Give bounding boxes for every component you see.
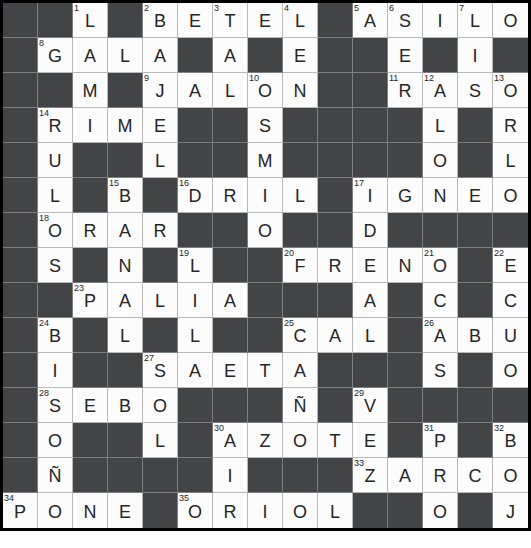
block-cell-r12c11 — [388, 423, 423, 458]
block-cell-r3c6 — [213, 108, 248, 143]
cell-letter: E — [399, 45, 411, 65]
block-cell-r0c0 — [3, 3, 38, 38]
cell-letter: O — [503, 465, 517, 485]
cell-r14c7[interactable]: I — [248, 493, 283, 528]
clue-number: 6 — [389, 3, 394, 13]
cell-letter: Ñ — [294, 395, 307, 415]
cell-letter: S — [399, 10, 411, 30]
cell-letter: A — [434, 325, 446, 345]
cell-r8c14[interactable]: C — [493, 283, 528, 318]
cell-letter: L — [190, 255, 200, 275]
clue-number: 20 — [284, 248, 294, 258]
cell-letter: E — [119, 501, 131, 521]
block-cell-r13c4 — [143, 458, 178, 493]
cell-r0c13[interactable]: 7L — [458, 3, 493, 38]
cell-r8c5[interactable]: I — [178, 283, 213, 318]
cell-r9c9[interactable]: A — [318, 318, 353, 353]
cell-letter: C — [469, 465, 482, 485]
cell-letter: A — [224, 290, 236, 310]
cell-r3c3[interactable]: M — [108, 108, 143, 143]
cell-r1c3[interactable]: L — [108, 38, 143, 73]
cell-r14c3[interactable]: E — [108, 493, 143, 528]
cell-r14c1[interactable]: O — [38, 493, 73, 528]
cell-r12c9[interactable]: T — [318, 423, 353, 458]
cell-letter: O — [503, 80, 517, 100]
cell-letter: I — [87, 115, 92, 135]
clue-number: 19 — [179, 248, 189, 258]
cell-r1c1[interactable]: 8G — [38, 38, 73, 73]
block-cell-r2c10 — [353, 73, 388, 108]
block-cell-r14c10 — [353, 493, 388, 528]
block-cell-r8c1 — [38, 283, 73, 318]
clue-number: 12 — [424, 73, 434, 83]
cell-r0c10[interactable]: 5A — [353, 3, 388, 38]
block-cell-r4c10 — [353, 143, 388, 178]
block-cell-r6c13 — [458, 213, 493, 248]
cell-r11c10[interactable]: 29V — [353, 388, 388, 423]
cell-letter: R — [329, 255, 342, 275]
cell-r5c11[interactable]: G — [388, 178, 423, 213]
cell-r12c12[interactable]: 31P — [423, 423, 458, 458]
block-cell-r4c5 — [178, 143, 213, 178]
cell-r10c12[interactable]: S — [423, 353, 458, 388]
clue-number: 10 — [249, 73, 259, 83]
cell-r2c2[interactable]: M — [73, 73, 108, 108]
clue-number: 31 — [424, 423, 434, 433]
block-cell-r10c2 — [73, 353, 108, 388]
cell-letter: E — [154, 115, 166, 135]
cell-r7c12[interactable]: 21O — [423, 248, 458, 283]
cell-letter: O — [293, 430, 307, 450]
cell-letter: V — [364, 395, 376, 415]
block-cell-r8c7 — [248, 283, 283, 318]
cell-r12c7[interactable]: Z — [248, 423, 283, 458]
cell-letter: R — [399, 80, 412, 100]
block-cell-r8c13 — [458, 283, 493, 318]
cell-r2c14[interactable]: 13O — [493, 73, 528, 108]
cell-r2c7[interactable]: 10O — [248, 73, 283, 108]
cell-r12c1[interactable]: O — [38, 423, 73, 458]
cell-r10c4[interactable]: 27S — [143, 353, 178, 388]
cell-letter: N — [399, 255, 412, 275]
cell-r13c6[interactable]: I — [213, 458, 248, 493]
cell-r7c8[interactable]: 20F — [283, 248, 318, 283]
block-cell-r9c4 — [143, 318, 178, 353]
block-cell-r1c5 — [178, 38, 213, 73]
block-cell-r2c9 — [318, 73, 353, 108]
block-cell-r5c2 — [73, 178, 108, 213]
block-cell-r3c10 — [353, 108, 388, 143]
cell-letter: I — [262, 185, 267, 205]
cell-letter: O — [48, 501, 62, 521]
cell-letter: O — [48, 430, 62, 450]
cell-r10c6[interactable]: E — [213, 353, 248, 388]
cell-r13c10[interactable]: 33Z — [353, 458, 388, 493]
cell-r3c7[interactable]: S — [248, 108, 283, 143]
cell-r0c2[interactable]: 1L — [73, 3, 108, 38]
cell-letter: P — [14, 501, 26, 521]
clue-number: 14 — [39, 108, 49, 118]
clue-number: 23 — [74, 283, 84, 293]
block-cell-r10c9 — [318, 353, 353, 388]
block-cell-r9c2 — [73, 318, 108, 353]
cell-r10c5[interactable]: A — [178, 353, 213, 388]
block-cell-r3c5 — [178, 108, 213, 143]
cell-r2c4[interactable]: 9J — [143, 73, 178, 108]
cell-letter: A — [119, 290, 131, 310]
block-cell-r6c14 — [493, 213, 528, 248]
cell-r12c8[interactable]: O — [283, 423, 318, 458]
block-cell-r3c0 — [3, 108, 38, 143]
cell-r8c3[interactable]: A — [108, 283, 143, 318]
cell-letter: L — [50, 185, 60, 205]
cell-r10c8[interactable]: A — [283, 353, 318, 388]
cell-letter: B — [49, 325, 61, 345]
cell-letter: E — [259, 10, 271, 30]
block-cell-r13c2 — [73, 458, 108, 493]
cell-letter: J — [506, 501, 515, 521]
cell-r5c6[interactable]: R — [213, 178, 248, 213]
cell-r5c10[interactable]: 17I — [353, 178, 388, 213]
clue-number: 33 — [354, 458, 364, 468]
cell-r7c10[interactable]: E — [353, 248, 388, 283]
cell-r3c2[interactable]: I — [73, 108, 108, 143]
cell-r0c6[interactable]: 3T — [213, 3, 248, 38]
cell-r11c4[interactable]: O — [143, 388, 178, 423]
cell-letter: O — [503, 10, 517, 30]
cell-letter: L — [365, 325, 375, 345]
cell-r12c6[interactable]: 30A — [213, 423, 248, 458]
cell-r0c11[interactable]: 6S — [388, 3, 423, 38]
block-cell-r11c7 — [248, 388, 283, 423]
block-cell-r5c9 — [318, 178, 353, 213]
clue-number: 28 — [39, 388, 49, 398]
cell-r14c14[interactable]: J — [493, 493, 528, 528]
cell-letter: O — [153, 395, 167, 415]
cell-letter: D — [364, 220, 377, 240]
cell-r7c1[interactable]: S — [38, 248, 73, 283]
cell-letter: O — [258, 220, 272, 240]
cell-letter: I — [52, 360, 57, 380]
cell-r1c6[interactable]: A — [213, 38, 248, 73]
cell-r10c1[interactable]: I — [38, 353, 73, 388]
cell-letter: E — [364, 430, 376, 450]
cell-letter: I — [437, 10, 442, 30]
cell-letter: D — [189, 185, 202, 205]
cell-letter: E — [294, 45, 306, 65]
clue-number: 18 — [39, 213, 49, 223]
cell-r2c8[interactable]: N — [283, 73, 318, 108]
cell-r8c12[interactable]: C — [423, 283, 458, 318]
cell-letter: B — [119, 395, 131, 415]
cell-r13c13[interactable]: C — [458, 458, 493, 493]
block-cell-r8c8 — [283, 283, 318, 318]
cell-r1c8[interactable]: E — [283, 38, 318, 73]
cell-letter: R — [504, 115, 517, 135]
cell-letter: N — [119, 255, 132, 275]
cell-letter: T — [225, 10, 236, 30]
block-cell-r9c6 — [213, 318, 248, 353]
clue-number: 8 — [39, 38, 44, 48]
block-cell-r4c13 — [458, 143, 493, 178]
cell-letter: S — [49, 255, 61, 275]
cell-letter: J — [156, 80, 165, 100]
cell-letter: E — [469, 185, 481, 205]
cell-r1c11[interactable]: E — [388, 38, 423, 73]
cell-r11c8[interactable]: Ñ — [283, 388, 318, 423]
cell-letter: L — [295, 185, 305, 205]
cell-r14c6[interactable]: R — [213, 493, 248, 528]
cell-r1c2[interactable]: A — [73, 38, 108, 73]
block-cell-r13c0 — [3, 458, 38, 493]
cell-r6c3[interactable]: A — [108, 213, 143, 248]
cell-r0c7[interactable]: E — [248, 3, 283, 38]
cell-r5c1[interactable]: L — [38, 178, 73, 213]
cell-letter: E — [224, 360, 236, 380]
cell-r7c5[interactable]: 19L — [178, 248, 213, 283]
cell-letter: I — [472, 45, 477, 65]
block-cell-r5c4 — [143, 178, 178, 213]
clue-number: 3 — [214, 3, 219, 13]
cell-r0c5[interactable]: E — [178, 3, 213, 38]
cell-r1c4[interactable]: A — [143, 38, 178, 73]
cell-letter: E — [364, 255, 376, 275]
cell-r6c2[interactable]: R — [73, 213, 108, 248]
cell-r4c7[interactable]: M — [248, 143, 283, 178]
clue-number: 32 — [494, 423, 504, 433]
block-cell-r9c0 — [3, 318, 38, 353]
cell-r13c11[interactable]: A — [388, 458, 423, 493]
block-cell-r14c11 — [388, 493, 423, 528]
cell-r2c12[interactable]: 12A — [423, 73, 458, 108]
cell-r11c1[interactable]: 28S — [38, 388, 73, 423]
cell-letter: L — [190, 325, 200, 345]
cell-letter: O — [503, 360, 517, 380]
cell-r3c1[interactable]: 14R — [38, 108, 73, 143]
cell-letter: L — [155, 290, 165, 310]
cell-r8c2[interactable]: 23P — [73, 283, 108, 318]
clue-number: 9 — [144, 73, 149, 83]
cell-r12c10[interactable]: E — [353, 423, 388, 458]
cell-r9c14[interactable]: U — [493, 318, 528, 353]
cell-r12c4[interactable]: L — [143, 423, 178, 458]
cell-r14c5[interactable]: 35O — [178, 493, 213, 528]
block-cell-r8c0 — [3, 283, 38, 318]
cell-r0c14[interactable]: O — [493, 3, 528, 38]
cell-r3c14[interactable]: R — [493, 108, 528, 143]
cell-r4c12[interactable]: O — [423, 143, 458, 178]
block-cell-r10c10 — [353, 353, 388, 388]
cell-letter: U — [504, 325, 517, 345]
block-cell-r3c13 — [458, 108, 493, 143]
cell-r14c2[interactable]: N — [73, 493, 108, 528]
cell-r0c4[interactable]: 2B — [143, 3, 178, 38]
cell-letter: L — [85, 10, 95, 30]
cell-letter: L — [155, 430, 165, 450]
cell-r9c5[interactable]: L — [178, 318, 213, 353]
cell-letter: A — [84, 45, 96, 65]
cell-letter: M — [118, 115, 133, 135]
block-cell-r11c14 — [493, 388, 528, 423]
cell-letter: L — [155, 150, 165, 170]
cell-letter: S — [259, 115, 271, 135]
clue-number: 13 — [494, 73, 504, 83]
cell-r10c14[interactable]: O — [493, 353, 528, 388]
cell-r5c7[interactable]: I — [248, 178, 283, 213]
cell-letter: T — [330, 430, 341, 450]
cell-letter: U — [49, 150, 62, 170]
cell-letter: I — [262, 501, 267, 521]
cell-r0c12[interactable]: I — [423, 3, 458, 38]
cell-r4c1[interactable]: U — [38, 143, 73, 178]
cell-letter: A — [329, 325, 341, 345]
cell-r14c9[interactable]: L — [318, 493, 353, 528]
cell-letter: M — [258, 150, 273, 170]
cell-r5c5[interactable]: 16D — [178, 178, 213, 213]
block-cell-r3c8 — [283, 108, 318, 143]
cell-r9c1[interactable]: 24B — [38, 318, 73, 353]
cell-r8c6[interactable]: A — [213, 283, 248, 318]
cell-r9c8[interactable]: 25C — [283, 318, 318, 353]
cell-letter: O — [503, 185, 517, 205]
cell-letter: L — [120, 325, 130, 345]
block-cell-r6c9 — [318, 213, 353, 248]
cell-r14c8[interactable]: O — [283, 493, 318, 528]
block-cell-r11c6 — [213, 388, 248, 423]
cell-r7c9[interactable]: R — [318, 248, 353, 283]
cell-r1c13[interactable]: I — [458, 38, 493, 73]
cell-r2c11[interactable]: 11R — [388, 73, 423, 108]
cell-r9c12[interactable]: 26A — [423, 318, 458, 353]
cell-letter: S — [154, 360, 166, 380]
clue-number: 4 — [284, 3, 289, 13]
cell-r13c12[interactable]: R — [423, 458, 458, 493]
cell-letter: A — [189, 360, 201, 380]
cell-letter: L — [470, 10, 480, 30]
block-cell-r0c1 — [38, 3, 73, 38]
cell-r5c12[interactable]: N — [423, 178, 458, 213]
cell-letter: L — [505, 150, 515, 170]
cell-letter: R — [224, 501, 237, 521]
block-cell-r12c0 — [3, 423, 38, 458]
block-cell-r6c0 — [3, 213, 38, 248]
cell-letter: G — [48, 45, 62, 65]
block-cell-r10c3 — [108, 353, 143, 388]
cell-r0c8[interactable]: 4L — [283, 3, 318, 38]
block-cell-r2c1 — [38, 73, 73, 108]
cell-letter: O — [188, 501, 202, 521]
block-cell-r7c2 — [73, 248, 108, 283]
cell-r2c6[interactable]: L — [213, 73, 248, 108]
cell-letter: O — [433, 255, 447, 275]
block-cell-r1c0 — [3, 38, 38, 73]
cell-letter: R — [224, 185, 237, 205]
cell-letter: B — [154, 10, 166, 30]
cell-r13c14[interactable]: O — [493, 458, 528, 493]
clue-number: 34 — [4, 493, 14, 503]
cell-r14c0[interactable]: 34P — [3, 493, 38, 528]
cell-r9c3[interactable]: L — [108, 318, 143, 353]
cell-r4c4[interactable]: L — [143, 143, 178, 178]
cell-r6c10[interactable]: D — [353, 213, 388, 248]
clue-number: 1 — [74, 3, 79, 13]
cell-r6c7[interactable]: O — [248, 213, 283, 248]
cell-r7c14[interactable]: 22E — [493, 248, 528, 283]
block-cell-r14c4 — [143, 493, 178, 528]
cell-letter: A — [154, 45, 166, 65]
cell-r6c4[interactable]: R — [143, 213, 178, 248]
block-cell-r13c8 — [283, 458, 318, 493]
cell-letter: O — [48, 220, 62, 240]
block-cell-r13c3 — [108, 458, 143, 493]
cell-letter: A — [364, 290, 376, 310]
clue-number: 16 — [179, 178, 189, 188]
cell-r2c5[interactable]: A — [178, 73, 213, 108]
cell-letter: O — [293, 501, 307, 521]
cell-r4c14[interactable]: L — [493, 143, 528, 178]
cell-r5c13[interactable]: E — [458, 178, 493, 213]
block-cell-r4c8 — [283, 143, 318, 178]
block-cell-r6c12 — [423, 213, 458, 248]
block-cell-r7c13 — [458, 248, 493, 283]
clue-number: 5 — [354, 3, 359, 13]
cell-letter: R — [84, 220, 97, 240]
cell-r5c3[interactable]: 15B — [108, 178, 143, 213]
block-cell-r4c11 — [388, 143, 423, 178]
cell-r3c4[interactable]: E — [143, 108, 178, 143]
cell-letter: Ñ — [49, 465, 62, 485]
cell-letter: E — [189, 10, 201, 30]
cell-r7c11[interactable]: N — [388, 248, 423, 283]
cell-r10c7[interactable]: T — [248, 353, 283, 388]
cell-r3c12[interactable]: L — [423, 108, 458, 143]
cell-r11c2[interactable]: E — [73, 388, 108, 423]
cell-r7c3[interactable]: N — [108, 248, 143, 283]
clue-number: 11 — [389, 73, 398, 83]
cell-r2c13[interactable]: S — [458, 73, 493, 108]
block-cell-r6c11 — [388, 213, 423, 248]
cell-letter: I — [227, 465, 232, 485]
cell-letter: N — [294, 80, 307, 100]
cell-letter: A — [294, 360, 306, 380]
cell-r14c12[interactable]: O — [423, 493, 458, 528]
block-cell-r13c5 — [178, 458, 213, 493]
cell-r8c4[interactable]: L — [143, 283, 178, 318]
clue-number: 7 — [459, 3, 464, 13]
cell-letter: Z — [260, 430, 271, 450]
cell-r6c1[interactable]: 18O — [38, 213, 73, 248]
cell-letter: R — [49, 115, 62, 135]
block-cell-r4c2 — [73, 143, 108, 178]
cell-r11c3[interactable]: B — [108, 388, 143, 423]
cell-letter: A — [364, 10, 376, 30]
block-cell-r13c7 — [248, 458, 283, 493]
cell-r9c13[interactable]: B — [458, 318, 493, 353]
cell-letter: M — [83, 80, 98, 100]
block-cell-r6c6 — [213, 213, 248, 248]
cell-r13c1[interactable]: Ñ — [38, 458, 73, 493]
cell-letter: G — [398, 185, 412, 205]
cell-letter: L — [330, 501, 340, 521]
block-cell-r1c12 — [423, 38, 458, 73]
cell-r5c14[interactable]: O — [493, 178, 528, 213]
clue-number: 25 — [284, 318, 294, 328]
cell-r8c10[interactable]: A — [353, 283, 388, 318]
cell-r9c10[interactable]: L — [353, 318, 388, 353]
cell-r5c8[interactable]: L — [283, 178, 318, 213]
block-cell-r10c13 — [458, 353, 493, 388]
cell-r12c14[interactable]: 32B — [493, 423, 528, 458]
